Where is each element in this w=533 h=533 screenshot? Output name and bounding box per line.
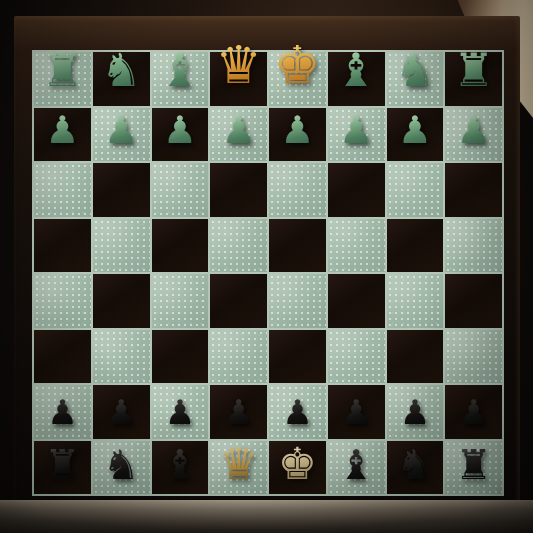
green-bishop-c8[interactable]: ♝: [159, 47, 200, 93]
green-king-e8[interactable]: ♚: [274, 39, 321, 91]
black-king-e1[interactable]: ♚: [278, 442, 317, 486]
square-g4[interactable]: [387, 274, 444, 328]
square-d6[interactable]: [210, 163, 267, 217]
square-c7[interactable]: ♟: [152, 108, 209, 162]
green-knight-b8[interactable]: ♞: [101, 47, 142, 93]
square-g3[interactable]: [387, 330, 444, 384]
square-f6[interactable]: [328, 163, 385, 217]
green-pawn-f7[interactable]: ♟: [339, 111, 373, 149]
black-rook-a1[interactable]: ♜: [44, 445, 81, 486]
square-h4[interactable]: [445, 274, 502, 328]
square-f5[interactable]: [328, 219, 385, 273]
square-b5[interactable]: [93, 219, 150, 273]
black-bishop-f1[interactable]: ♝: [338, 445, 375, 486]
square-c5[interactable]: [152, 219, 209, 273]
square-d7[interactable]: ♟: [210, 108, 267, 162]
square-a7[interactable]: ♟: [34, 108, 91, 162]
chessboard: ♜♞♝♛♚♝♞♜♟♟♟♟♟♟♟♟♟♟♟♟♟♟♟♟♜♞♝♛♚♝♞♜: [32, 50, 504, 496]
square-h5[interactable]: [445, 219, 502, 273]
square-e4[interactable]: [269, 274, 326, 328]
black-knight-b1[interactable]: ♞: [103, 445, 140, 486]
square-e8[interactable]: ♚: [269, 52, 326, 106]
square-b4[interactable]: [93, 274, 150, 328]
square-e5[interactable]: [269, 219, 326, 273]
square-b2[interactable]: ♟: [93, 385, 150, 439]
black-knight-g1[interactable]: ♞: [396, 445, 433, 486]
square-c3[interactable]: [152, 330, 209, 384]
square-d8[interactable]: ♛: [210, 52, 267, 106]
green-pawn-d7[interactable]: ♟: [222, 111, 256, 149]
black-pawn-f2[interactable]: ♟: [341, 395, 371, 429]
square-e6[interactable]: [269, 163, 326, 217]
square-c4[interactable]: [152, 274, 209, 328]
square-f7[interactable]: ♟: [328, 108, 385, 162]
square-a5[interactable]: [34, 219, 91, 273]
square-g8[interactable]: ♞: [387, 52, 444, 106]
square-g7[interactable]: ♟: [387, 108, 444, 162]
black-queen-d1[interactable]: ♛: [219, 442, 258, 486]
black-pawn-d2[interactable]: ♟: [223, 395, 253, 429]
square-g5[interactable]: [387, 219, 444, 273]
square-c6[interactable]: [152, 163, 209, 217]
square-a1[interactable]: ♜: [34, 441, 91, 495]
square-e3[interactable]: [269, 330, 326, 384]
square-f3[interactable]: [328, 330, 385, 384]
square-h8[interactable]: ♜: [445, 52, 502, 106]
square-a2[interactable]: ♟: [34, 385, 91, 439]
square-c2[interactable]: ♟: [152, 385, 209, 439]
black-pawn-g2[interactable]: ♟: [400, 395, 430, 429]
green-knight-g8[interactable]: ♞: [394, 47, 435, 93]
green-rook-h8[interactable]: ♜: [453, 47, 494, 93]
square-g2[interactable]: ♟: [387, 385, 444, 439]
black-pawn-h2[interactable]: ♟: [458, 395, 488, 429]
square-f2[interactable]: ♟: [328, 385, 385, 439]
green-pawn-a7[interactable]: ♟: [45, 111, 79, 149]
square-a8[interactable]: ♜: [34, 52, 91, 106]
square-d3[interactable]: [210, 330, 267, 384]
square-e1[interactable]: ♚: [269, 441, 326, 495]
chessboard-frame: ♜♞♝♛♚♝♞♜♟♟♟♟♟♟♟♟♟♟♟♟♟♟♟♟♜♞♝♛♚♝♞♜: [14, 16, 520, 502]
green-pawn-b7[interactable]: ♟: [104, 111, 138, 149]
photo-scene: ♜♞♝♛♚♝♞♜♟♟♟♟♟♟♟♟♟♟♟♟♟♟♟♟♜♞♝♛♚♝♞♜: [0, 0, 533, 533]
black-rook-h1[interactable]: ♜: [455, 445, 492, 486]
square-c1[interactable]: ♝: [152, 441, 209, 495]
square-a3[interactable]: [34, 330, 91, 384]
square-e2[interactable]: ♟: [269, 385, 326, 439]
green-pawn-c7[interactable]: ♟: [163, 111, 197, 149]
square-h1[interactable]: ♜: [445, 441, 502, 495]
square-g6[interactable]: [387, 163, 444, 217]
black-pawn-c2[interactable]: ♟: [165, 395, 195, 429]
square-d2[interactable]: ♟: [210, 385, 267, 439]
square-a4[interactable]: [34, 274, 91, 328]
square-f4[interactable]: [328, 274, 385, 328]
square-b3[interactable]: [93, 330, 150, 384]
square-b1[interactable]: ♞: [93, 441, 150, 495]
green-pawn-e7[interactable]: ♟: [280, 111, 314, 149]
square-f8[interactable]: ♝: [328, 52, 385, 106]
square-h2[interactable]: ♟: [445, 385, 502, 439]
green-bishop-f8[interactable]: ♝: [336, 47, 377, 93]
square-b8[interactable]: ♞: [93, 52, 150, 106]
square-h3[interactable]: [445, 330, 502, 384]
square-e7[interactable]: ♟: [269, 108, 326, 162]
square-h7[interactable]: ♟: [445, 108, 502, 162]
square-g1[interactable]: ♞: [387, 441, 444, 495]
green-pawn-h7[interactable]: ♟: [457, 111, 491, 149]
green-queen-d8[interactable]: ♛: [215, 39, 262, 91]
square-c8[interactable]: ♝: [152, 52, 209, 106]
black-pawn-b2[interactable]: ♟: [106, 395, 136, 429]
black-bishop-c1[interactable]: ♝: [161, 445, 198, 486]
square-h6[interactable]: [445, 163, 502, 217]
black-pawn-e2[interactable]: ♟: [282, 395, 312, 429]
square-b7[interactable]: ♟: [93, 108, 150, 162]
square-d4[interactable]: [210, 274, 267, 328]
black-pawn-a2[interactable]: ♟: [47, 395, 77, 429]
square-d1[interactable]: ♛: [210, 441, 267, 495]
green-pawn-g7[interactable]: ♟: [398, 111, 432, 149]
square-f1[interactable]: ♝: [328, 441, 385, 495]
square-d5[interactable]: [210, 219, 267, 273]
table-surface: [0, 500, 533, 533]
square-a6[interactable]: [34, 163, 91, 217]
square-b6[interactable]: [93, 163, 150, 217]
green-rook-a8[interactable]: ♜: [42, 47, 83, 93]
